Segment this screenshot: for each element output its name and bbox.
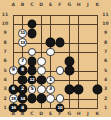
black-stone-D2 <box>37 94 46 103</box>
move-number-B8: 13 <box>20 41 25 45</box>
coord-right-9: 9 <box>104 31 107 36</box>
black-stone-C9 <box>28 29 37 38</box>
move-number-E3: 3 <box>49 87 52 92</box>
white-stone-F5 <box>56 66 65 75</box>
move-number-B5: 8 <box>21 68 24 73</box>
black-stone-G6 <box>65 57 74 66</box>
move-number-A5: 9 <box>12 68 15 73</box>
white-stone-B6: 7 <box>18 57 27 66</box>
black-stone-H3 <box>74 85 83 94</box>
coord-top-C: C <box>30 3 33 8</box>
black-stone-G3 <box>65 85 74 94</box>
coord-top-D: D <box>39 3 43 8</box>
coord-left-9: 9 <box>3 31 6 36</box>
black-stone-C4: 12 <box>28 76 37 85</box>
coord-left-10: 10 <box>2 22 8 27</box>
white-stone-C7 <box>28 48 37 57</box>
move-number-B2: 14 <box>20 97 25 101</box>
coord-right-5: 5 <box>104 68 107 73</box>
black-stone-B5: 8 <box>18 66 27 75</box>
black-stone-K3 <box>93 85 102 94</box>
coord-right-4: 4 <box>104 78 107 83</box>
coord-top-H: H <box>77 3 81 8</box>
black-stone-B2: 14 <box>18 94 27 103</box>
coord-right-6: 6 <box>104 59 107 64</box>
coord-right-7: 7 <box>104 50 107 55</box>
black-stone-C5 <box>28 66 37 75</box>
coord-bottom-H: H <box>77 111 81 116</box>
coord-bottom-F: F <box>58 111 61 116</box>
coord-left-6: 6 <box>3 59 6 64</box>
coord-top-B: B <box>21 3 25 8</box>
coord-top-K: K <box>95 3 99 8</box>
move-number-B9: 11 <box>20 31 25 35</box>
black-stone-B3: 2 <box>18 85 27 94</box>
coord-bottom-A: A <box>12 111 16 116</box>
move-number-A3: 6 <box>12 87 15 92</box>
coord-top-E: E <box>49 3 52 8</box>
white-stone-E2 <box>46 94 55 103</box>
black-stone-C10 <box>28 20 37 29</box>
black-stone-C6 <box>28 57 37 66</box>
white-stone-D3 <box>37 85 46 94</box>
coord-right-2: 2 <box>104 96 107 101</box>
white-stone-B8: 13 <box>18 38 27 47</box>
go-board: 11137981216253151416410 <box>9 10 102 113</box>
coord-left-3: 3 <box>3 87 6 92</box>
coord-bottom-D: D <box>39 111 43 116</box>
black-stone-E8 <box>46 38 55 47</box>
black-stone-A3: 6 <box>9 85 18 94</box>
white-stone-B9: 11 <box>18 29 27 38</box>
coord-bottom-J: J <box>87 111 89 116</box>
black-stone-C2 <box>28 94 37 103</box>
coord-left-1: 1 <box>3 106 6 111</box>
coord-right-8: 8 <box>104 40 107 45</box>
go-diagram: 11137981216253151416410 AABBCCDDEEFFGGHH… <box>0 0 111 120</box>
move-number-B3: 2 <box>21 87 24 92</box>
coord-top-G: G <box>67 3 71 8</box>
black-stone-B4 <box>18 76 27 85</box>
white-stone-D6 <box>37 57 46 66</box>
coord-bottom-B: B <box>21 111 25 116</box>
coord-bottom-G: G <box>67 111 71 116</box>
move-number-C4: 12 <box>30 78 35 82</box>
coord-top-A: A <box>12 3 16 8</box>
coord-top-J: J <box>87 3 89 8</box>
coord-left-11: 11 <box>2 12 8 17</box>
coord-right-1: 1 <box>104 106 107 111</box>
white-stone-A2: 15 <box>9 94 18 103</box>
white-stone-F2 <box>56 94 65 103</box>
black-stone-D4 <box>37 76 46 85</box>
white-stone-A5: 9 <box>9 66 18 75</box>
coord-bottom-K: K <box>95 111 99 116</box>
bottom-margin <box>0 117 111 120</box>
move-number-B6: 7 <box>21 59 24 64</box>
black-stone-G5 <box>65 66 74 75</box>
coord-left-5: 5 <box>3 68 6 73</box>
coord-bottom-C: C <box>30 111 33 116</box>
coord-right-11: 11 <box>102 12 108 17</box>
coord-left-7: 7 <box>3 50 6 55</box>
black-stone-F8 <box>56 38 65 47</box>
white-stone-E3: 3 <box>46 85 55 94</box>
coord-left-4: 4 <box>3 78 6 83</box>
white-stone-E4: 1 <box>46 76 55 85</box>
move-number-E4: 1 <box>49 78 52 83</box>
white-stone-E7 <box>46 48 55 57</box>
move-number-A2: 15 <box>11 97 16 101</box>
coord-top-F: F <box>58 3 61 8</box>
coord-right-10: 10 <box>102 22 108 27</box>
white-stone-D5 <box>37 66 46 75</box>
coord-left-2: 2 <box>3 96 6 101</box>
coord-left-8: 8 <box>3 40 6 45</box>
coord-bottom-E: E <box>49 111 52 116</box>
white-stone-C3: 5 <box>28 85 37 94</box>
coord-right-3: 3 <box>104 87 107 92</box>
move-number-C3: 5 <box>30 87 33 92</box>
